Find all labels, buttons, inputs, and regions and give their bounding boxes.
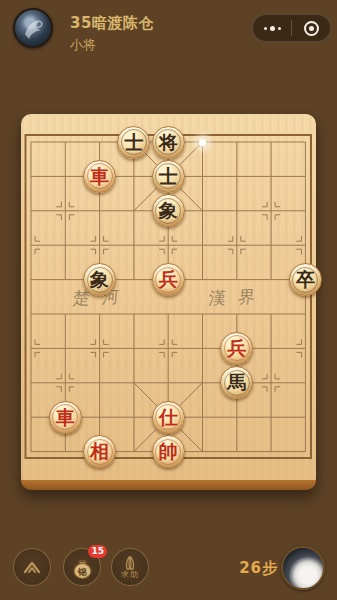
exit-button[interactable]: [292, 15, 330, 41]
circled-dot-icon: [304, 21, 319, 36]
piece-black-general[interactable]: 将: [152, 126, 185, 159]
hint-bag-button[interactable]: 锦 15: [63, 548, 101, 586]
move-counter: 26步: [226, 559, 278, 578]
miniprogram-capsule: [252, 14, 331, 42]
river-label-right: 漢界: [208, 285, 269, 310]
piece-black-elephant[interactable]: 象: [83, 263, 116, 296]
opponent-avatar: [281, 546, 325, 590]
player-avatar: [13, 8, 53, 48]
piece-red-pawn[interactable]: 兵: [152, 263, 185, 296]
piece-character: 士: [159, 167, 178, 186]
piece-red-pawn[interactable]: 兵: [220, 332, 253, 365]
piece-red-advisor[interactable]: 仕: [152, 401, 185, 434]
piece-character: 兵: [227, 339, 246, 358]
piece-character: 卒: [296, 270, 315, 289]
xiangqi-app: 35暗渡陈仓 小将 楚河 漢界 士将車士象象兵卒兵馬車仕相帥 锦 15: [0, 0, 337, 600]
expand-button[interactable]: [13, 548, 51, 586]
piece-character: 象: [90, 270, 109, 289]
piece-black-advisor[interactable]: 士: [117, 126, 150, 159]
last-move-marker: [197, 137, 208, 148]
three-dots-icon: [264, 26, 281, 31]
piece-character: 士: [124, 133, 143, 152]
ask-help-button[interactable]: 求助: [111, 548, 149, 586]
level-rank: 小将: [70, 36, 96, 54]
piece-red-chariot[interactable]: 車: [49, 401, 82, 434]
piece-character: 仕: [159, 408, 178, 427]
piece-character: 象: [159, 201, 178, 220]
more-button[interactable]: [253, 15, 291, 41]
xiangqi-board[interactable]: 楚河 漢界 士将車士象象兵卒兵馬車仕相帥: [21, 114, 316, 490]
level-title: 35暗渡陈仓: [70, 14, 154, 33]
piece-character: 車: [56, 408, 75, 427]
piece-character: 車: [90, 167, 109, 186]
hint-count-badge: 15: [88, 545, 107, 558]
piece-black-advisor[interactable]: 士: [152, 160, 185, 193]
svg-text:锦: 锦: [77, 566, 87, 576]
piece-character: 馬: [227, 373, 246, 392]
piece-character: 将: [159, 133, 178, 152]
help-label: 求助: [121, 569, 139, 580]
piece-character: 相: [90, 442, 109, 461]
piece-red-general[interactable]: 帥: [152, 435, 185, 468]
avatar-art-icon: [19, 14, 49, 44]
piece-black-elephant[interactable]: 象: [152, 194, 185, 227]
chevron-up-icon: [22, 559, 42, 575]
piece-character: 帥: [159, 442, 178, 461]
piece-black-pawn[interactable]: 卒: [289, 263, 322, 296]
piece-character: 兵: [159, 270, 178, 289]
piece-red-elephant[interactable]: 相: [83, 435, 116, 468]
piece-red-chariot[interactable]: 車: [83, 160, 116, 193]
